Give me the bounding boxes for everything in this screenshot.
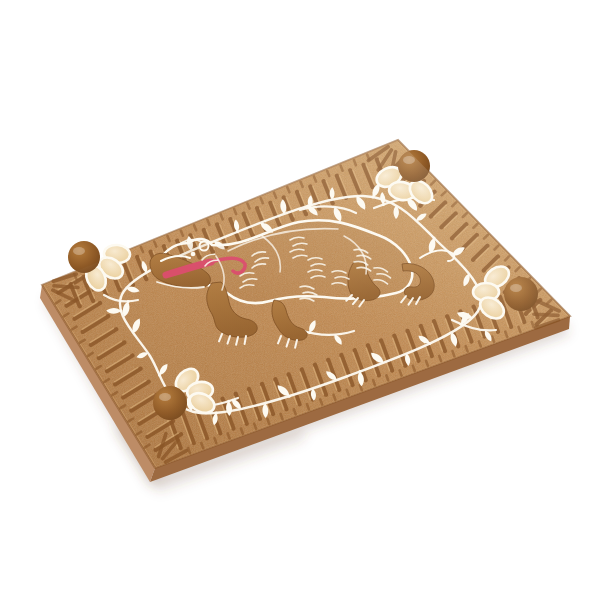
- gingerbread-scene: [0, 0, 600, 600]
- photo-canvas: [0, 0, 600, 600]
- dough-ball-highlight: [73, 247, 85, 255]
